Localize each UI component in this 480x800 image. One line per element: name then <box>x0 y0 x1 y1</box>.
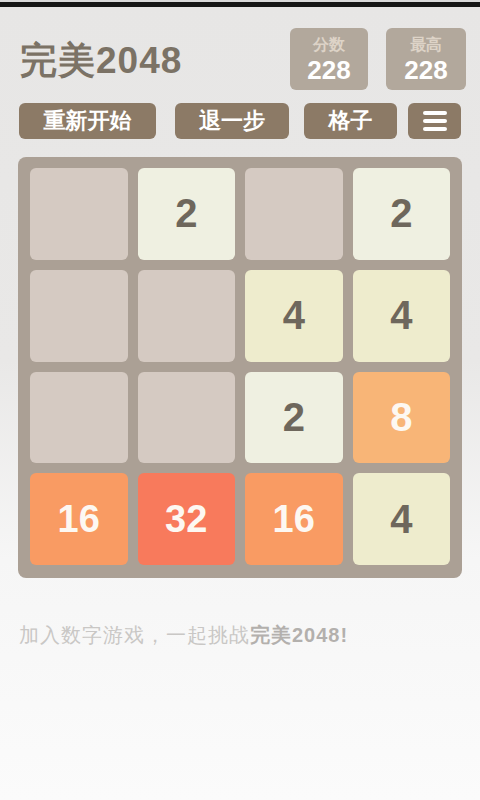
best-label: 最高 <box>410 35 442 55</box>
grid-size-button[interactable]: 格子 <box>304 103 397 139</box>
undo-button[interactable]: 退一步 <box>175 103 289 139</box>
tile-2: 2 <box>353 168 451 260</box>
score-label: 分数 <box>313 35 345 55</box>
best-score-box: 最高 228 <box>386 28 466 90</box>
game-board[interactable]: 2244281632164 <box>18 157 462 578</box>
app-title: 完美2048 <box>20 36 182 86</box>
restart-button[interactable]: 重新开始 <box>19 103 156 139</box>
tile-16: 16 <box>245 473 343 565</box>
footer-brand: 完美2048! <box>250 624 348 646</box>
tile-16: 16 <box>30 473 128 565</box>
empty-cell <box>30 372 128 464</box>
best-value: 228 <box>404 55 447 85</box>
score-value: 228 <box>307 55 350 85</box>
empty-cell <box>138 270 236 362</box>
footer-text: 加入数字游戏，一起挑战 <box>19 624 250 646</box>
tile-4: 4 <box>353 473 451 565</box>
menu-button[interactable] <box>408 103 461 139</box>
empty-cell <box>30 270 128 362</box>
empty-cell <box>138 372 236 464</box>
tile-2: 2 <box>245 372 343 464</box>
tile-8: 8 <box>353 372 451 464</box>
tile-4: 4 <box>353 270 451 362</box>
status-bar <box>0 0 480 7</box>
empty-cell <box>30 168 128 260</box>
tile-32: 32 <box>138 473 236 565</box>
tile-2: 2 <box>138 168 236 260</box>
menu-icon <box>423 111 447 131</box>
footer-tagline: 加入数字游戏，一起挑战完美2048! <box>19 622 348 649</box>
empty-cell <box>245 168 343 260</box>
score-box: 分数 228 <box>290 28 368 90</box>
tile-4: 4 <box>245 270 343 362</box>
